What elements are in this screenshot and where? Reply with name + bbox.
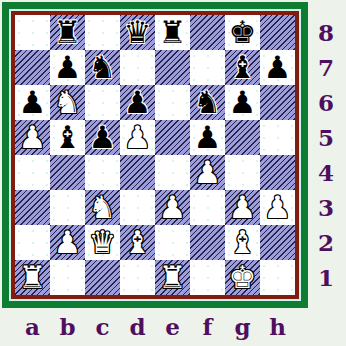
square-f2[interactable] [190,225,225,260]
square-h2[interactable] [260,225,295,260]
square-c1[interactable] [85,260,120,295]
piece-white-pawn[interactable]: ♟ [194,155,222,190]
square-h4[interactable] [260,155,295,190]
square-g6[interactable]: ♟ [225,85,260,120]
piece-black-king[interactable]: ♚ [229,15,257,50]
square-e3[interactable]: ♟ [155,190,190,225]
square-c2[interactable]: ♛ [85,225,120,260]
square-e2[interactable] [155,225,190,260]
rank-labels: 87654321 [311,15,341,295]
square-f8[interactable] [190,15,225,50]
file-label-f: f [190,309,225,343]
piece-black-pawn[interactable]: ♟ [264,50,292,85]
piece-black-pawn[interactable]: ♟ [89,120,117,155]
piece-white-bishop[interactable]: ♝ [229,225,257,260]
square-f3[interactable] [190,190,225,225]
file-label-d: d [120,309,155,343]
square-h1[interactable] [260,260,295,295]
file-label-h: h [260,309,295,343]
square-a6[interactable]: ♟ [15,85,50,120]
piece-white-pawn[interactable]: ♟ [19,120,47,155]
square-e5[interactable] [155,120,190,155]
file-labels: abcdefgh [15,309,295,343]
piece-white-rook[interactable]: ♜ [159,260,187,295]
piece-white-knight[interactable]: ♞ [54,85,82,120]
rank-label-7: 7 [311,50,341,85]
square-d1[interactable] [120,260,155,295]
square-g1[interactable]: ♚ [225,260,260,295]
square-g4[interactable] [225,155,260,190]
square-d8[interactable]: ♛ [120,15,155,50]
square-d2[interactable]: ♝ [120,225,155,260]
square-h7[interactable]: ♟ [260,50,295,85]
piece-black-queen[interactable]: ♛ [124,15,152,50]
piece-black-pawn[interactable]: ♟ [229,85,257,120]
rank-label-6: 6 [311,85,341,120]
piece-black-bishop[interactable]: ♝ [54,120,82,155]
file-label-b: b [50,309,85,343]
green-border: ♜♛♜♚♟♞♝♟♟♞♟♞♟♟♝♟♟♟♟♞♟♟♟♟♛♝♝♜♜♚ [2,2,308,308]
square-d5[interactable]: ♟ [120,120,155,155]
piece-white-pawn[interactable]: ♟ [229,190,257,225]
square-f1[interactable] [190,260,225,295]
piece-white-queen[interactable]: ♛ [89,225,117,260]
square-e6[interactable] [155,85,190,120]
square-d4[interactable] [120,155,155,190]
piece-black-bishop[interactable]: ♝ [229,50,257,85]
square-b7[interactable]: ♟ [50,50,85,85]
rank-label-8: 8 [311,15,341,50]
square-c6[interactable] [85,85,120,120]
square-d7[interactable] [120,50,155,85]
square-a2[interactable] [15,225,50,260]
square-a4[interactable] [15,155,50,190]
piece-black-pawn[interactable]: ♟ [194,120,222,155]
square-b1[interactable] [50,260,85,295]
square-g7[interactable]: ♝ [225,50,260,85]
square-h5[interactable] [260,120,295,155]
square-e8[interactable]: ♜ [155,15,190,50]
square-h3[interactable]: ♟ [260,190,295,225]
piece-black-pawn[interactable]: ♟ [124,85,152,120]
rank-label-1: 1 [311,260,341,295]
square-c7[interactable]: ♞ [85,50,120,85]
square-f5[interactable]: ♟ [190,120,225,155]
file-label-g: g [225,309,260,343]
square-d3[interactable] [120,190,155,225]
piece-black-rook[interactable]: ♜ [159,15,187,50]
square-c4[interactable] [85,155,120,190]
rank-label-3: 3 [311,190,341,225]
square-g2[interactable]: ♝ [225,225,260,260]
piece-white-rook[interactable]: ♜ [19,260,47,295]
file-label-c: c [85,309,120,343]
maroon-border: ♜♛♜♚♟♞♝♟♟♞♟♞♟♟♝♟♟♟♟♞♟♟♟♟♛♝♝♜♜♚ [11,11,299,299]
square-f4[interactable]: ♟ [190,155,225,190]
piece-black-knight[interactable]: ♞ [89,50,117,85]
square-a5[interactable]: ♟ [15,120,50,155]
piece-black-pawn[interactable]: ♟ [54,50,82,85]
square-e1[interactable]: ♜ [155,260,190,295]
square-f6[interactable]: ♞ [190,85,225,120]
piece-white-pawn[interactable]: ♟ [54,225,82,260]
square-b4[interactable] [50,155,85,190]
chess-board: ♜♛♜♚♟♞♝♟♟♞♟♞♟♟♝♟♟♟♟♞♟♟♟♟♛♝♝♜♜♚ [15,15,295,295]
rank-label-5: 5 [311,120,341,155]
square-b6[interactable]: ♞ [50,85,85,120]
piece-white-bishop[interactable]: ♝ [124,225,152,260]
piece-black-knight[interactable]: ♞ [194,85,222,120]
square-h6[interactable] [260,85,295,120]
piece-white-pawn[interactable]: ♟ [124,120,152,155]
square-d6[interactable]: ♟ [120,85,155,120]
file-label-a: a [15,309,50,343]
square-e4[interactable] [155,155,190,190]
square-b3[interactable] [50,190,85,225]
piece-white-knight[interactable]: ♞ [89,190,117,225]
board-frame: ♜♛♜♚♟♞♝♟♟♞♟♞♟♟♝♟♟♟♟♞♟♟♟♟♛♝♝♜♜♚ [2,2,308,308]
square-c3[interactable]: ♞ [85,190,120,225]
square-e7[interactable] [155,50,190,85]
square-b2[interactable]: ♟ [50,225,85,260]
piece-black-pawn[interactable]: ♟ [19,85,47,120]
square-a3[interactable] [15,190,50,225]
square-a7[interactable] [15,50,50,85]
square-h8[interactable] [260,15,295,50]
square-a8[interactable] [15,15,50,50]
square-c8[interactable] [85,15,120,50]
square-g5[interactable] [225,120,260,155]
square-b5[interactable]: ♝ [50,120,85,155]
rank-label-2: 2 [311,225,341,260]
piece-white-pawn[interactable]: ♟ [264,190,292,225]
rank-label-4: 4 [311,155,341,190]
square-a1[interactable]: ♜ [15,260,50,295]
square-c5[interactable]: ♟ [85,120,120,155]
file-label-e: e [155,309,190,343]
square-g8[interactable]: ♚ [225,15,260,50]
square-g3[interactable]: ♟ [225,190,260,225]
square-f7[interactable] [190,50,225,85]
square-b8[interactable]: ♜ [50,15,85,50]
piece-white-pawn[interactable]: ♟ [159,190,187,225]
piece-black-rook[interactable]: ♜ [54,15,82,50]
cyan-inner-line: ♜♛♜♚♟♞♝♟♟♞♟♞♟♟♝♟♟♟♟♞♟♟♟♟♛♝♝♜♜♚ [9,9,301,301]
chess-diagram-page: { "game": "chess", "position": { "fen": … [0,0,346,346]
piece-white-king[interactable]: ♚ [229,260,257,295]
